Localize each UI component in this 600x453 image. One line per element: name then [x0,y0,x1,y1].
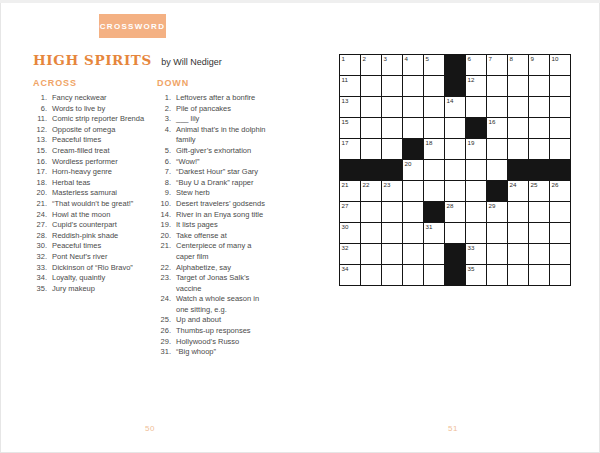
clue-number: 2. [157,104,171,115]
grid-cell[interactable] [445,223,465,243]
crossword-tab-label: CROSSWORD [100,22,165,31]
grid-cell[interactable]: 3 [382,55,402,75]
cell-number: 3 [384,55,387,63]
clue-item: 34.Loyalty, quaintly [33,273,154,284]
clue-text: Thumbs-up responses [176,326,313,337]
grid-cell-black [424,202,444,222]
clue-item: 31.“Big whoop” [157,347,313,358]
clue-text: Centerpiece of many a caper film [176,241,313,262]
clue-item: 12.Opposite of omega [33,125,154,136]
clue-text: Horn-heavy genre [52,167,154,178]
clue-text: Animal that’s in the dolphin family [176,125,313,146]
cell-number: 25 [531,181,538,189]
grid-cell[interactable] [382,244,402,264]
grid-cell[interactable] [529,265,549,285]
clue-text: River in an Enya song title [176,210,313,221]
grid-cell[interactable]: 22 [361,181,381,201]
grid-cell[interactable] [361,76,381,96]
cell-number: 17 [342,139,349,147]
grid-cell[interactable] [445,181,465,201]
cell-number: 30 [342,223,349,231]
grid-cell[interactable] [361,265,381,285]
cell-number: 13 [342,97,349,105]
clue-item: 1.Leftovers after a bonfire [157,93,313,104]
grid-cell[interactable] [487,244,507,264]
clue-text: Loyalty, quaintly [52,273,154,284]
clue-text: Howl at the moon [52,210,154,221]
clue-number: 8. [157,178,171,189]
clue-text: Reddish-pink shade [52,231,154,242]
clue-item: 18.Herbal teas [33,178,154,189]
cell-number: 23 [384,181,391,189]
grid-cell[interactable] [529,139,549,159]
grid-cell[interactable] [508,223,528,243]
grid-cell[interactable] [508,202,528,222]
grid-cell[interactable]: 15 [340,118,360,138]
clue-number: 33. [33,263,47,274]
grid-cell[interactable] [424,181,444,201]
grid-cell[interactable] [403,265,423,285]
grid-cell[interactable]: 8 [508,55,528,75]
grid-cell[interactable] [487,76,507,96]
grid-cell[interactable] [424,76,444,96]
clue-number: 7. [157,167,171,178]
clue-number: 27. [33,220,47,231]
clue-item: 15.Cream-filled treat [33,146,154,157]
grid-cell[interactable]: 18 [424,139,444,159]
clue-text: Peaceful times [52,135,154,146]
cell-number: 18 [426,139,433,147]
grid-cell[interactable]: 7 [487,55,507,75]
clue-text: Gift-giver’s exhortation [176,146,313,157]
grid-cell[interactable] [508,244,528,264]
grid-cell[interactable] [508,76,528,96]
clue-number: 6. [33,104,47,115]
cell-number: 1 [342,55,345,63]
grid-cell-black [382,160,402,180]
clue-item: 21.“That wouldn’t be great!” [33,199,154,210]
grid-cell[interactable]: 26 [550,181,570,201]
cell-number: 7 [489,55,492,63]
grid-cell[interactable] [508,118,528,138]
cell-number: 24 [510,181,517,189]
grid-cell[interactable] [361,139,381,159]
grid-cell[interactable]: 21 [340,181,360,201]
clue-text: Wordless performer [52,157,154,168]
clue-text: Pont Neuf’s river [52,252,154,263]
grid-cell[interactable] [550,244,570,264]
clue-text: Alphabetize, say [176,263,313,274]
clue-item: 20.Masterless samurai [33,188,154,199]
clue-item: 27.Cupid’s counterpart [33,220,154,231]
clue-number: 12. [33,125,47,136]
clue-text: Desert travelers’ godsends [176,199,313,210]
grid-cell[interactable]: 12 [466,76,486,96]
clue-text: Take offense at [176,231,313,242]
clue-number: 20. [157,231,171,242]
down-heading: DOWN [157,78,313,88]
grid-cell[interactable]: 30 [340,223,360,243]
cell-number: 2 [363,55,366,63]
grid-cell[interactable] [466,160,486,180]
grid-cell[interactable]: 31 [424,223,444,243]
grid-cell[interactable]: 34 [340,265,360,285]
clue-item: 4.Animal that’s in the dolphin family [157,125,313,146]
clue-number: 35. [33,284,47,295]
clue-text: Comic strip reporter Brenda [52,114,154,125]
grid-cell[interactable] [361,244,381,264]
clue-text: Hollywood’s Russo [176,337,313,348]
grid-cell-black [445,55,465,75]
grid-cell[interactable]: 9 [529,55,549,75]
clue-number: 34. [33,273,47,284]
cell-number: 19 [468,139,475,147]
cell-number: 10 [552,55,559,63]
grid-cell[interactable]: 10 [550,55,570,75]
cell-number: 27 [342,202,349,210]
clue-number: 19. [157,220,171,231]
cell-number: 15 [342,118,349,126]
grid-cell-black [445,244,465,264]
cell-number: 20 [405,160,412,168]
clue-text: Up and about [176,315,313,326]
crossword-tab: CROSSWORD [99,14,166,38]
grid-cell[interactable] [466,181,486,201]
grid-cell[interactable] [382,97,402,117]
clue-text: “Buy U a Drank” rapper [176,178,313,189]
clue-item: 13.Peaceful times [33,135,154,146]
down-clues-column: DOWN 1.Leftovers after a bonfire2.Pile o… [157,78,313,358]
grid-cell[interactable] [424,265,444,285]
grid-cell[interactable] [529,202,549,222]
clue-item: 33.Dickinson of “Rio Bravo” [33,263,154,274]
grid-cell[interactable] [424,244,444,264]
cell-number: 9 [531,55,534,63]
clue-item: 10.Desert travelers’ godsends [157,199,313,210]
clue-number: 30. [33,241,47,252]
grid-cell[interactable]: 33 [466,244,486,264]
clue-number: 1. [33,93,47,104]
cell-number: 29 [489,202,496,210]
clue-number: 13. [33,135,47,146]
grid-cell[interactable] [403,76,423,96]
grid-cell[interactable] [508,265,528,285]
clue-item: 2.Pile of pancakes [157,104,313,115]
page-number-right: 51 [448,424,458,433]
clue-text: Jury makeup [52,284,154,295]
clue-item: 26.Thumbs-up responses [157,326,313,337]
clue-item: 5.Gift-giver’s exhortation [157,146,313,157]
grid-cell[interactable] [508,139,528,159]
clue-number: 16. [33,157,47,168]
clue-text: Watch a whole season in one sitting, e.g… [176,294,313,315]
grid-cell[interactable]: 16 [487,118,507,138]
grid-cell[interactable]: 27 [340,202,360,222]
grid-cell[interactable]: 32 [340,244,360,264]
grid-cell[interactable]: 4 [403,55,423,75]
clue-number: 29. [157,337,171,348]
grid-cell[interactable]: 13 [340,97,360,117]
cell-number: 35 [468,265,475,273]
cell-number: 33 [468,244,475,252]
clue-text: Cream-filled treat [52,146,154,157]
clue-number: 18. [33,178,47,189]
grid-cell[interactable] [550,223,570,243]
across-clue-list: 1.Fancy neckwear6.Words to live by11.Com… [33,93,154,294]
clue-number: 15. [33,146,47,157]
grid-cell[interactable] [508,97,528,117]
clue-item: 1.Fancy neckwear [33,93,154,104]
clue-text: Masterless samurai [52,188,154,199]
clue-item: 7.“Darkest Hour” star Gary [157,167,313,178]
grid-cell[interactable] [550,139,570,159]
cell-number: 14 [447,97,454,105]
cell-number: 16 [489,118,496,126]
grid-cell[interactable] [487,160,507,180]
grid-cell[interactable] [403,97,423,117]
grid-cell[interactable]: 28 [445,202,465,222]
clue-text: “Big whoop” [176,347,313,358]
grid-cell[interactable] [550,202,570,222]
grid-cell[interactable] [466,202,486,222]
grid-cell[interactable] [382,202,402,222]
grid-cell[interactable] [403,244,423,264]
grid-cell[interactable] [487,97,507,117]
clue-text: ___ lily [176,114,313,125]
grid-cell[interactable] [382,265,402,285]
clue-text: Herbal teas [52,178,154,189]
cell-number: 8 [510,55,513,63]
puzzle-title-row: HIGH SPIRITS by Will Nediger [33,51,222,69]
clue-item: 11.Comic strip reporter Brenda [33,114,154,125]
clue-text: “That wouldn’t be great!” [52,199,154,210]
clue-text: Opposite of omega [52,125,154,136]
cell-number: 11 [342,76,348,84]
clue-text: Words to live by [52,104,154,115]
clue-text: Stew herb [176,188,313,199]
book-spread: CROSSWORD HIGH SPIRITS by Will Nediger A… [0,0,600,453]
grid-cell[interactable] [550,97,570,117]
clue-text: Peaceful times [52,241,154,252]
page-number-left: 50 [145,424,155,433]
clue-number: 10. [157,199,171,210]
grid-cell[interactable] [403,118,423,138]
grid-cell[interactable] [382,118,402,138]
clue-item: 22.Alphabetize, say [157,263,313,274]
cell-number: 26 [552,181,559,189]
grid-cell[interactable] [445,139,465,159]
clue-item: 21.Centerpiece of many a caper film [157,241,313,262]
grid-cell[interactable] [403,202,423,222]
clue-number: 17. [33,167,47,178]
grid-cell-black [550,160,570,180]
grid-cell[interactable] [382,223,402,243]
clue-number: 26. [157,326,171,337]
clue-item: 25.Up and about [157,315,313,326]
grid-cell-black [445,76,465,96]
clue-item: 28.Reddish-pink shade [33,231,154,242]
grid-cell[interactable] [403,181,423,201]
clue-item: 6.Words to live by [33,104,154,115]
clue-number: 11. [33,114,47,125]
down-clue-list: 1.Leftovers after a bonfire2.Pile of pan… [157,93,313,358]
grid-cell[interactable]: 14 [445,97,465,117]
cell-number: 32 [342,244,349,252]
across-heading: ACROSS [33,78,154,88]
clue-number: 28. [33,231,47,242]
clue-number: 14. [157,210,171,221]
grid-cell[interactable]: 20 [403,160,423,180]
clue-text: Dickinson of “Rio Bravo” [52,263,154,274]
grid-cell[interactable]: 35 [466,265,486,285]
clue-item: 9.Stew herb [157,188,313,199]
cell-number: 31 [426,223,433,231]
grid-cell[interactable] [550,265,570,285]
clue-number: 3. [157,114,171,125]
clue-number: 32. [33,252,47,263]
grid-cell-black [340,160,360,180]
grid-cell[interactable]: 1 [340,55,360,75]
clue-text: Target of Jonas Salk’s vaccine [176,273,313,294]
clue-text: Pile of pancakes [176,104,313,115]
clue-item: 24.Watch a whole season in one sitting, … [157,294,313,315]
puzzle-title: HIGH SPIRITS [33,52,152,68]
grid-cell[interactable] [550,76,570,96]
cell-number: 6 [468,55,471,63]
clue-item: 20.Take offense at [157,231,313,242]
clue-item: 23.Target of Jonas Salk’s vaccine [157,273,313,294]
grid-cell[interactable] [424,118,444,138]
clue-number: 21. [157,241,171,262]
grid-cell-black [403,139,423,159]
grid-cell[interactable] [424,160,444,180]
clue-item: 29.Hollywood’s Russo [157,337,313,348]
grid-cell[interactable] [382,76,402,96]
clue-item: 14.River in an Enya song title [157,210,313,221]
grid-cell[interactable]: 29 [487,202,507,222]
grid-cell[interactable] [403,223,423,243]
grid-cell[interactable]: 2 [361,55,381,75]
grid-cell[interactable] [382,139,402,159]
clue-item: 32.Pont Neuf’s river [33,252,154,263]
clue-number: 25. [157,315,171,326]
crossword-grid: 1234567891011121314151617181920212223242… [339,54,571,286]
grid-cell-black [508,160,528,180]
grid-cell[interactable] [424,97,444,117]
clue-text: Fancy neckwear [52,93,154,104]
clue-number: 31. [157,347,171,358]
clue-number: 24. [33,210,47,221]
clue-text: It lists pages [176,220,313,231]
grid-cell[interactable] [529,223,549,243]
clue-number: 4. [157,125,171,146]
grid-cell[interactable] [529,244,549,264]
clue-number: 9. [157,188,171,199]
puzzle-byline: by Will Nediger [161,57,222,67]
clue-number: 21. [33,199,47,210]
grid-cell[interactable] [445,160,465,180]
grid-cell[interactable]: 24 [508,181,528,201]
grid-cell[interactable]: 25 [529,181,549,201]
grid-cell[interactable]: 6 [466,55,486,75]
grid-cell[interactable] [361,118,381,138]
clue-number: 20. [33,188,47,199]
clue-number: 23. [157,273,171,294]
clue-number: 22. [157,263,171,274]
grid-cell[interactable] [487,265,507,285]
cell-number: 4 [405,55,408,63]
grid-cell-black [487,181,507,201]
clue-item: 16.Wordless performer [33,157,154,168]
clue-item: 8.“Buy U a Drank” rapper [157,178,313,189]
grid-cell[interactable]: 5 [424,55,444,75]
grid-cell[interactable] [361,223,381,243]
cell-number: 28 [447,202,454,210]
grid-cell[interactable] [466,97,486,117]
cell-number: 21 [342,181,349,189]
clue-text: “Darkest Hour” star Gary [176,167,313,178]
grid-cell[interactable] [445,118,465,138]
grid-cell[interactable] [466,223,486,243]
grid-cell[interactable] [529,97,549,117]
grid-cell[interactable] [550,118,570,138]
grid-cell[interactable] [529,118,549,138]
clue-item: 19.It lists pages [157,220,313,231]
grid-cell[interactable] [361,202,381,222]
grid-cell[interactable]: 11 [340,76,360,96]
clue-item: 35.Jury makeup [33,284,154,295]
grid-cell[interactable]: 19 [466,139,486,159]
grid-cell[interactable] [361,97,381,117]
grid-cell[interactable]: 23 [382,181,402,201]
clue-number: 24. [157,294,171,315]
cell-number: 12 [468,76,475,84]
clue-text: “Wow!” [176,157,313,168]
grid-cell[interactable] [487,139,507,159]
grid-cell[interactable] [487,223,507,243]
clue-text: Cupid’s counterpart [52,220,154,231]
grid-cell[interactable] [529,76,549,96]
across-clues-column: ACROSS 1.Fancy neckwear6.Words to live b… [33,78,154,294]
grid-cell-black [361,160,381,180]
cell-number: 22 [363,181,370,189]
grid-cell-black [445,265,465,285]
clue-number: 5. [157,146,171,157]
clue-item: 24.Howl at the moon [33,210,154,221]
clue-number: 6. [157,157,171,168]
clue-item: 30.Peaceful times [33,241,154,252]
clue-item: 3.___ lily [157,114,313,125]
clue-item: 17.Horn-heavy genre [33,167,154,178]
grid-cell[interactable]: 17 [340,139,360,159]
cell-number: 5 [426,55,429,63]
cell-number: 34 [342,265,349,273]
clue-item: 6.“Wow!” [157,157,313,168]
clue-text: Leftovers after a bonfire [176,93,313,104]
grid-cell-black [466,118,486,138]
grid-cell-black [529,160,549,180]
clue-number: 1. [157,93,171,104]
